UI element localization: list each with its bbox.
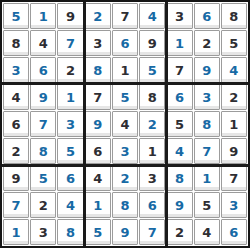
sudoku-cell-r1c2[interactable]: 1 bbox=[30, 3, 56, 29]
sudoku-cell-r7c6[interactable]: 3 bbox=[139, 165, 165, 191]
sudoku-cell-r1c1[interactable]: 5 bbox=[3, 3, 29, 29]
sudoku-cell-r8c2[interactable]: 2 bbox=[30, 192, 56, 218]
sudoku-cell-r1c4[interactable]: 2 bbox=[85, 3, 111, 29]
sudoku-cell-r9c3[interactable]: 8 bbox=[57, 219, 83, 245]
sudoku-cell-r1c6[interactable]: 4 bbox=[139, 3, 165, 29]
sudoku-cell-r2c9[interactable]: 5 bbox=[221, 30, 247, 56]
sudoku-cell-r2c2[interactable]: 4 bbox=[30, 30, 56, 56]
sudoku-cell-r2c6[interactable]: 9 bbox=[139, 30, 165, 56]
sudoku-cell-r7c4[interactable]: 4 bbox=[85, 165, 111, 191]
sudoku-cell-r8c3[interactable]: 4 bbox=[57, 192, 83, 218]
sudoku-cell-r6c7[interactable]: 4 bbox=[166, 138, 192, 164]
sudoku-cell-r9c6[interactable]: 7 bbox=[139, 219, 165, 245]
sudoku-cell-r5c2[interactable]: 7 bbox=[30, 111, 56, 137]
sudoku-cell-r3c2[interactable]: 6 bbox=[30, 57, 56, 83]
sudoku-cell-r8c7[interactable]: 9 bbox=[166, 192, 192, 218]
sudoku-cell-r5c4[interactable]: 9 bbox=[85, 111, 111, 137]
sudoku-cell-r1c5[interactable]: 7 bbox=[112, 3, 138, 29]
sudoku-cell-r5c5[interactable]: 4 bbox=[112, 111, 138, 137]
sudoku-cell-r6c6[interactable]: 1 bbox=[139, 138, 165, 164]
sudoku-cell-r1c8[interactable]: 6 bbox=[194, 3, 220, 29]
sudoku-cell-r6c3[interactable]: 5 bbox=[57, 138, 83, 164]
sudoku-cell-r3c3[interactable]: 2 bbox=[57, 57, 83, 83]
sudoku-cell-r2c5[interactable]: 6 bbox=[112, 30, 138, 56]
sudoku-cell-r3c1[interactable]: 3 bbox=[3, 57, 29, 83]
sudoku-cell-r5c9[interactable]: 1 bbox=[221, 111, 247, 137]
sudoku-cell-r1c3[interactable]: 9 bbox=[57, 3, 83, 29]
sudoku-cell-r6c5[interactable]: 3 bbox=[112, 138, 138, 164]
sudoku-cell-r6c8[interactable]: 7 bbox=[194, 138, 220, 164]
sudoku-cell-r9c4[interactable]: 5 bbox=[85, 219, 111, 245]
sudoku-cell-r7c9[interactable]: 7 bbox=[221, 165, 247, 191]
sudoku-cell-r4c6[interactable]: 8 bbox=[139, 84, 165, 110]
sudoku-cell-r4c9[interactable]: 2 bbox=[221, 84, 247, 110]
sudoku-cell-r3c9[interactable]: 4 bbox=[221, 57, 247, 83]
sudoku-cell-r7c7[interactable]: 8 bbox=[166, 165, 192, 191]
sudoku-cell-r6c9[interactable]: 9 bbox=[221, 138, 247, 164]
sudoku-cell-r9c5[interactable]: 9 bbox=[112, 219, 138, 245]
sudoku-cell-r6c4[interactable]: 6 bbox=[85, 138, 111, 164]
sudoku-cell-r8c6[interactable]: 6 bbox=[139, 192, 165, 218]
sudoku-cell-r9c8[interactable]: 4 bbox=[194, 219, 220, 245]
sudoku-cell-r7c2[interactable]: 5 bbox=[30, 165, 56, 191]
sudoku-cell-r7c1[interactable]: 9 bbox=[3, 165, 29, 191]
sudoku-cell-r8c4[interactable]: 1 bbox=[85, 192, 111, 218]
sudoku-cell-r2c1[interactable]: 8 bbox=[3, 30, 29, 56]
sudoku-cell-r4c5[interactable]: 5 bbox=[112, 84, 138, 110]
sudoku-cell-r4c1[interactable]: 4 bbox=[3, 84, 29, 110]
sudoku-cell-r7c5[interactable]: 2 bbox=[112, 165, 138, 191]
sudoku-cell-r8c5[interactable]: 8 bbox=[112, 192, 138, 218]
sudoku-cell-r6c2[interactable]: 8 bbox=[30, 138, 56, 164]
sudoku-cell-r1c7[interactable]: 3 bbox=[166, 3, 192, 29]
sudoku-cell-r3c6[interactable]: 5 bbox=[139, 57, 165, 83]
sudoku-cell-r9c9[interactable]: 6 bbox=[221, 219, 247, 245]
sudoku-cell-r2c8[interactable]: 2 bbox=[194, 30, 220, 56]
sudoku-cell-r8c8[interactable]: 5 bbox=[194, 192, 220, 218]
sudoku-cell-r5c8[interactable]: 8 bbox=[194, 111, 220, 137]
sudoku-cell-r4c7[interactable]: 6 bbox=[166, 84, 192, 110]
sudoku-cell-r1c9[interactable]: 8 bbox=[221, 3, 247, 29]
sudoku-cell-r9c7[interactable]: 2 bbox=[166, 219, 192, 245]
sudoku-cell-r4c4[interactable]: 7 bbox=[85, 84, 111, 110]
sudoku-cell-r2c7[interactable]: 1 bbox=[166, 30, 192, 56]
sudoku-cell-r7c8[interactable]: 1 bbox=[194, 165, 220, 191]
sudoku-cell-r4c3[interactable]: 1 bbox=[57, 84, 83, 110]
sudoku-cell-r4c8[interactable]: 3 bbox=[194, 84, 220, 110]
sudoku-cell-r5c3[interactable]: 3 bbox=[57, 111, 83, 137]
sudoku-board: 5192743688473691253628157944917586326739… bbox=[0, 0, 250, 248]
sudoku-cell-r3c4[interactable]: 8 bbox=[85, 57, 111, 83]
sudoku-cell-r8c9[interactable]: 3 bbox=[221, 192, 247, 218]
sudoku-cell-r6c1[interactable]: 2 bbox=[3, 138, 29, 164]
sudoku-cell-r5c6[interactable]: 2 bbox=[139, 111, 165, 137]
sudoku-cell-r3c7[interactable]: 7 bbox=[166, 57, 192, 83]
sudoku-cell-r9c1[interactable]: 1 bbox=[3, 219, 29, 245]
sudoku-cell-r3c8[interactable]: 9 bbox=[194, 57, 220, 83]
sudoku-cell-r5c7[interactable]: 5 bbox=[166, 111, 192, 137]
sudoku-cell-r2c3[interactable]: 7 bbox=[57, 30, 83, 56]
sudoku-cell-r3c5[interactable]: 1 bbox=[112, 57, 138, 83]
sudoku-cell-r2c4[interactable]: 3 bbox=[85, 30, 111, 56]
sudoku-cell-r4c2[interactable]: 9 bbox=[30, 84, 56, 110]
sudoku-cell-r5c1[interactable]: 6 bbox=[3, 111, 29, 137]
sudoku-cell-r9c2[interactable]: 3 bbox=[30, 219, 56, 245]
sudoku-cell-r8c1[interactable]: 7 bbox=[3, 192, 29, 218]
sudoku-cell-r7c3[interactable]: 6 bbox=[57, 165, 83, 191]
